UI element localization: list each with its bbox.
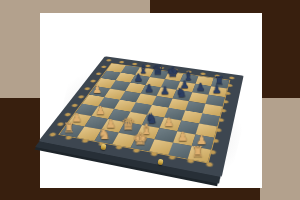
wood-pawn-g2: ♟ — [173, 131, 192, 143]
wood-pawn-h2: ♟ — [192, 134, 211, 147]
square-d6: ♟ — [141, 85, 161, 96]
square-h1: ♜ — [188, 146, 211, 162]
square-g2: ♟ — [173, 131, 196, 146]
blue-bishop-c8: ♝ — [135, 63, 150, 75]
wood-pawn-a2: ♟ — [68, 112, 86, 124]
page-background: ♝♛♚♝♜♟♟♟♟♟♟♞♟♟♞♟♟♟♛♝♟♟♜♞♚♜ — [0, 0, 300, 200]
chessboard-scene: ♝♛♚♝♜♟♟♟♟♟♟♞♟♟♞♟♟♟♛♝♟♟♜♞♚♜ — [70, 23, 234, 187]
square-h7: ♟ — [208, 86, 227, 97]
blue-king-e8: ♚ — [165, 66, 181, 80]
square-h4 — [199, 113, 220, 126]
blue-queen-d8: ♛ — [150, 64, 165, 78]
product-photo-card[interactable]: ♝♛♚♝♜♟♟♟♟♟♟♞♟♟♞♟♟♟♛♝♟♟♜♞♚♜ — [40, 13, 262, 188]
chessboard-frame: ♝♛♚♝♜♟♟♟♟♟♟♞♟♟♞♟♟♟♛♝♟♟♜♞♚♜ — [38, 56, 243, 177]
chessboard-grid: ♝♛♚♝♜♟♟♟♟♟♟♞♟♟♞♟♟♟♛♝♟♟♜♞♚♜ — [60, 63, 230, 162]
square-f7: ♟ — [176, 82, 195, 93]
blue-bishop-f8: ♝ — [180, 70, 196, 82]
square-e5 — [152, 96, 173, 108]
square-g1 — [168, 143, 191, 159]
blue-rook-h8: ♜ — [211, 75, 227, 86]
square-h2: ♟ — [192, 134, 214, 149]
